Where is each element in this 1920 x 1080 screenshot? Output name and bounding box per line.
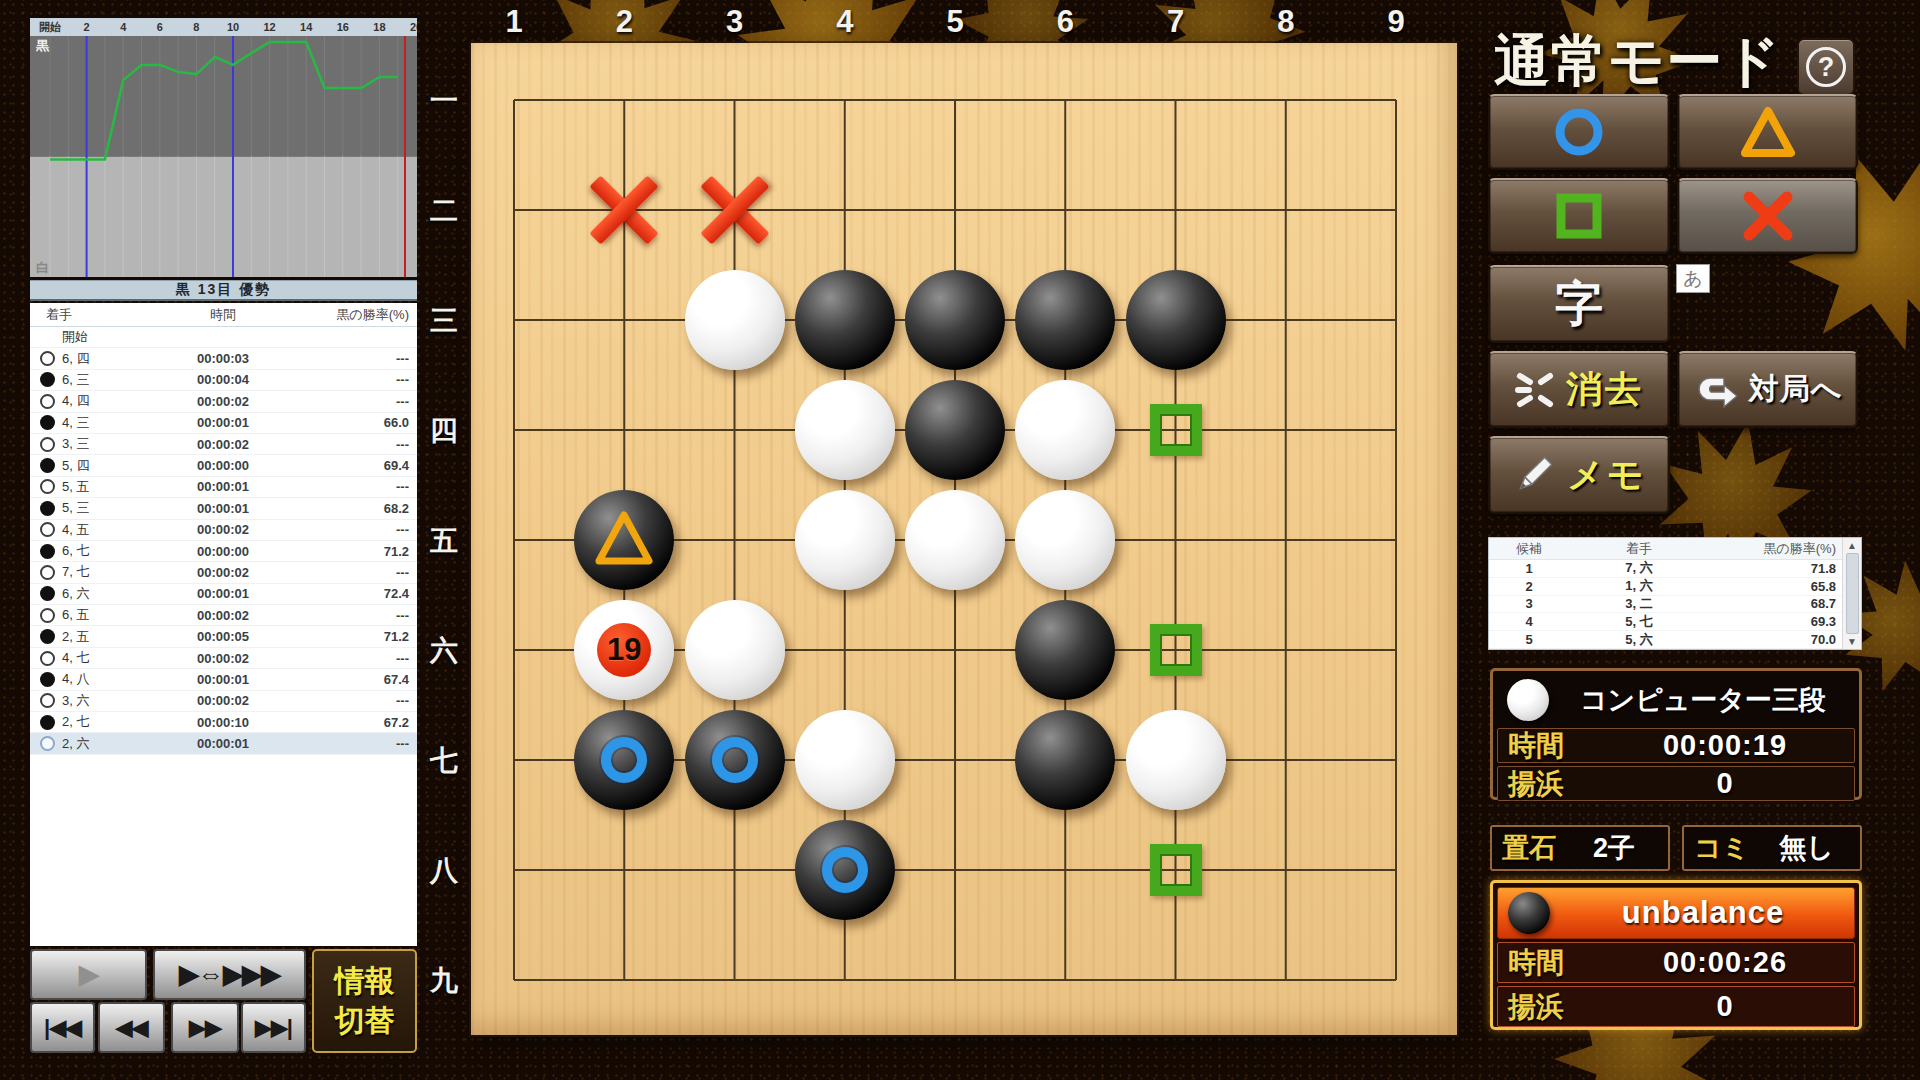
move-list-header: 着手 時間 黒の勝率(%) bbox=[30, 303, 417, 327]
auto-play-speed-button[interactable]: ▶⇔▶▶▶ bbox=[153, 949, 306, 1000]
circle-annotation-icon bbox=[822, 847, 868, 893]
last-move-number-badge: 19 bbox=[597, 623, 651, 677]
jump-to-start-button[interactable]: |◀◀ bbox=[30, 1002, 95, 1053]
svg-text:4: 4 bbox=[120, 21, 127, 33]
black-stone-icon bbox=[40, 415, 55, 430]
pencil-icon bbox=[1511, 452, 1557, 498]
move-cell-winrate: --- bbox=[310, 437, 417, 452]
move-list-header-move: 着手 bbox=[30, 306, 136, 324]
stone-black[interactable] bbox=[795, 270, 895, 370]
move-cell-time: 00:00:03 bbox=[136, 351, 310, 366]
candidate-row[interactable]: 21, 六65.8 bbox=[1489, 578, 1842, 596]
move-cell-move: 2, 五 bbox=[30, 628, 136, 646]
move-cell-time: 00:00:02 bbox=[136, 565, 310, 580]
board-col-label: 4 bbox=[823, 4, 867, 40]
svg-text:14: 14 bbox=[300, 21, 313, 33]
candidate-move: 5, 六 bbox=[1569, 631, 1709, 649]
white-stone-icon bbox=[40, 608, 55, 623]
board-col-label: 8 bbox=[1264, 4, 1308, 40]
move-list-row[interactable]: 2, 六00:00:01--- bbox=[30, 733, 417, 754]
scroll-down-icon[interactable]: ▼ bbox=[1847, 636, 1857, 647]
move-list-table[interactable]: 着手 時間 黒の勝率(%) 開始6, 四00:00:03---6, 三00:00… bbox=[30, 303, 417, 946]
step-forward-button[interactable]: ▶▶ bbox=[171, 1002, 239, 1053]
candidate-rank: 4 bbox=[1489, 614, 1569, 629]
black-stone-icon bbox=[1508, 892, 1550, 934]
black-stone-icon bbox=[40, 544, 55, 559]
white-stone-icon bbox=[40, 522, 55, 537]
white-stone-icon bbox=[1507, 679, 1549, 721]
white-time-label: 時間 bbox=[1508, 727, 1606, 765]
board-row-label: 一 bbox=[426, 82, 462, 120]
candidate-rank: 5 bbox=[1489, 632, 1569, 647]
go-board[interactable]: 19 bbox=[471, 43, 1457, 1035]
white-time-value: 00:00:19 bbox=[1606, 729, 1844, 762]
white-captures-label: 揚浜 bbox=[1508, 765, 1606, 803]
info-toggle-line1: 情報 bbox=[335, 961, 395, 1002]
white-stone-icon bbox=[40, 479, 55, 494]
move-cell-winrate: --- bbox=[310, 736, 417, 751]
move-list-row[interactable]: 5, 四00:00:0069.4 bbox=[30, 455, 417, 476]
move-cell-move: 開始 bbox=[30, 328, 136, 346]
move-cell-winrate: 67.4 bbox=[310, 672, 417, 687]
black-player-name: unbalance bbox=[1562, 895, 1844, 931]
board-row-label: 九 bbox=[426, 962, 462, 1000]
circle-mark-icon bbox=[1553, 106, 1605, 158]
black-captures-value: 0 bbox=[1606, 990, 1844, 1023]
move-cell-winrate: 69.4 bbox=[310, 458, 417, 473]
move-cell-winrate: --- bbox=[310, 565, 417, 580]
move-list-row[interactable]: 5, 三00:00:0168.2 bbox=[30, 498, 417, 519]
move-list-row[interactable]: 5, 五00:00:01--- bbox=[30, 477, 417, 498]
score-status-bar: 黒 13目 優勢 bbox=[30, 280, 417, 301]
move-cell-time: 00:00:02 bbox=[136, 651, 310, 666]
mark-cross-button[interactable] bbox=[1677, 178, 1858, 254]
circle-annotation-icon bbox=[601, 737, 647, 783]
info-toggle-line2: 切替 bbox=[335, 1001, 395, 1042]
stone-black[interactable] bbox=[905, 380, 1005, 480]
square-annotation-shape bbox=[1150, 404, 1202, 456]
handicap-box: 置石 2子 bbox=[1490, 825, 1670, 871]
stone-black[interactable] bbox=[574, 710, 674, 810]
komi-value: 無し bbox=[1763, 830, 1850, 866]
stone-black[interactable] bbox=[685, 710, 785, 810]
board-row-label: 七 bbox=[426, 742, 462, 780]
move-cell-move: 4, 五 bbox=[30, 521, 136, 539]
handicap-value: 2子 bbox=[1570, 830, 1658, 866]
komi-label: コミ bbox=[1694, 830, 1749, 866]
move-cell-move: 2, 七 bbox=[30, 713, 136, 731]
svg-text:16: 16 bbox=[337, 21, 349, 33]
win-rate-graph-svg: 開始2468101214161820黒白 bbox=[30, 18, 417, 278]
move-cell-time: 00:00:00 bbox=[136, 458, 310, 473]
erase-marks-button[interactable]: 消去 bbox=[1488, 351, 1670, 428]
candidate-rank: 1 bbox=[1489, 561, 1569, 576]
memo-label: メモ bbox=[1567, 451, 1647, 500]
move-cell-winrate: --- bbox=[310, 651, 417, 666]
board-col-label: 3 bbox=[713, 4, 757, 40]
candidate-move: 1, 六 bbox=[1569, 577, 1709, 595]
move-cell-move: 7, 七 bbox=[30, 563, 136, 581]
candidate-header-rank: 候補 bbox=[1489, 540, 1569, 558]
erase-marks-label: 消去 bbox=[1566, 365, 1644, 414]
move-list-row[interactable]: 4, 八00:00:0167.4 bbox=[30, 669, 417, 690]
move-list-row[interactable]: 2, 七00:00:1067.2 bbox=[30, 712, 417, 733]
board-col-label: 5 bbox=[933, 4, 977, 40]
move-cell-time: 00:00:05 bbox=[136, 629, 310, 644]
letter-mark-label: 字 bbox=[1555, 272, 1603, 336]
komi-box: コミ 無し bbox=[1682, 825, 1862, 871]
help-button[interactable]: ? bbox=[1797, 38, 1855, 96]
svg-text:6: 6 bbox=[157, 21, 163, 33]
move-cell-winrate: 68.2 bbox=[310, 501, 417, 516]
board-col-label: 2 bbox=[602, 4, 646, 40]
go-app-window: 開始2468101214161820黒白 黒 13目 優勢 着手 時間 黒の勝率… bbox=[0, 0, 1920, 1080]
move-cell-move: 3, 六 bbox=[30, 692, 136, 710]
board-row-label: 三 bbox=[426, 302, 462, 340]
move-list-row[interactable]: 7, 七00:00:02--- bbox=[30, 562, 417, 583]
board-col-label: 1 bbox=[492, 4, 536, 40]
move-cell-winrate: 66.0 bbox=[310, 415, 417, 430]
black-stone-icon bbox=[40, 672, 55, 687]
white-stone-icon bbox=[40, 394, 55, 409]
move-cell-time: 00:00:00 bbox=[136, 544, 310, 559]
board-col-label: 6 bbox=[1043, 4, 1087, 40]
move-cell-winrate: 71.2 bbox=[310, 629, 417, 644]
square-annotation-shape bbox=[1150, 844, 1202, 896]
move-list-row[interactable]: 4, 五00:00:02--- bbox=[30, 520, 417, 541]
move-cell-time: 00:00:01 bbox=[136, 479, 310, 494]
move-list-row[interactable]: 6, 五00:00:02--- bbox=[30, 605, 417, 626]
black-captures-label: 揚浜 bbox=[1508, 988, 1606, 1026]
svg-text:白: 白 bbox=[36, 260, 49, 275]
move-cell-time: 00:00:01 bbox=[136, 736, 310, 751]
move-list-row[interactable]: 6, 三00:00:04--- bbox=[30, 370, 417, 391]
stone-black[interactable] bbox=[1015, 270, 1115, 370]
move-cell-winrate: --- bbox=[310, 351, 417, 366]
svg-text:黒: 黒 bbox=[35, 38, 50, 53]
candidate-row[interactable]: 33, 二68.7 bbox=[1489, 596, 1842, 614]
move-cell-winrate: --- bbox=[310, 394, 417, 409]
move-cell-move: 6, 六 bbox=[30, 585, 136, 603]
move-cell-winrate: 67.2 bbox=[310, 715, 417, 730]
move-cell-move: 5, 五 bbox=[30, 478, 136, 496]
cross-mark-icon bbox=[1740, 190, 1796, 242]
square-annotation-icon bbox=[1134, 388, 1218, 472]
candidate-winrate: 65.8 bbox=[1709, 579, 1842, 594]
move-cell-move: 5, 四 bbox=[30, 457, 136, 475]
white-stone-icon bbox=[40, 437, 55, 452]
black-stone-icon bbox=[40, 501, 55, 516]
move-cell-winrate: 72.4 bbox=[310, 586, 417, 601]
move-list-row[interactable]: 6, 六00:00:0172.4 bbox=[30, 584, 417, 605]
stone-white[interactable] bbox=[685, 600, 785, 700]
white-stone-icon bbox=[40, 736, 55, 751]
candidate-header-winrate: 黒の勝率(%) bbox=[1709, 540, 1842, 558]
stone-white[interactable] bbox=[685, 270, 785, 370]
candidate-move: 3, 二 bbox=[1569, 595, 1709, 613]
board-col-label: 9 bbox=[1374, 4, 1418, 40]
move-list-row[interactable]: 3, 六00:00:02--- bbox=[30, 691, 417, 712]
move-cell-time: 00:00:10 bbox=[136, 715, 310, 730]
move-cell-time: 00:00:04 bbox=[136, 372, 310, 387]
stone-white[interactable] bbox=[905, 490, 1005, 590]
move-list-row[interactable]: 4, 四00:00:02--- bbox=[30, 391, 417, 412]
scroll-up-icon[interactable]: ▲ bbox=[1847, 540, 1857, 551]
move-cell-move: 4, 四 bbox=[30, 392, 136, 410]
move-cell-time: 00:00:02 bbox=[136, 437, 310, 452]
move-cell-winrate: --- bbox=[310, 372, 417, 387]
move-list-row[interactable]: 6, 四00:00:03--- bbox=[30, 348, 417, 369]
stone-white[interactable] bbox=[1015, 380, 1115, 480]
move-cell-move: 6, 五 bbox=[30, 606, 136, 624]
circle-annotation-icon bbox=[712, 737, 758, 783]
stone-white[interactable]: 19 bbox=[574, 600, 674, 700]
square-annotation-icon bbox=[1134, 608, 1218, 692]
memo-button[interactable]: メモ bbox=[1488, 436, 1670, 514]
stone-white[interactable] bbox=[795, 380, 895, 480]
move-cell-time: 00:00:02 bbox=[136, 693, 310, 708]
move-cell-time: 00:00:02 bbox=[136, 394, 310, 409]
scrollbar-thumb[interactable] bbox=[1846, 553, 1859, 634]
svg-text:開始: 開始 bbox=[39, 21, 61, 33]
stone-white[interactable] bbox=[1126, 710, 1226, 810]
square-annotation-icon bbox=[1134, 828, 1218, 912]
black-player-panel-active: unbalance 時間 00:00:26 揚浜 0 bbox=[1490, 880, 1862, 1030]
svg-text:18: 18 bbox=[373, 21, 385, 33]
candidate-rank: 2 bbox=[1489, 579, 1569, 594]
move-cell-move: 2, 六 bbox=[30, 735, 136, 753]
svg-text:8: 8 bbox=[193, 21, 199, 33]
move-cell-winrate: --- bbox=[310, 693, 417, 708]
move-cell-time: 00:00:01 bbox=[136, 672, 310, 687]
ime-hiragana-badge: あ bbox=[1676, 264, 1710, 293]
move-cell-move: 6, 三 bbox=[30, 371, 136, 389]
info-toggle-button[interactable]: 情報 切替 bbox=[312, 949, 417, 1053]
svg-text:20: 20 bbox=[410, 21, 417, 33]
letter-mark-button[interactable]: 字 bbox=[1488, 265, 1670, 343]
board-row-label: 八 bbox=[426, 852, 462, 890]
stone-black[interactable] bbox=[1015, 710, 1115, 810]
move-cell-move: 4, 八 bbox=[30, 670, 136, 688]
white-captures-value: 0 bbox=[1606, 767, 1844, 800]
move-cell-time: 00:00:02 bbox=[136, 522, 310, 537]
move-cell-time: 00:00:01 bbox=[136, 586, 310, 601]
mark-triangle-button[interactable] bbox=[1677, 94, 1858, 170]
svg-text:10: 10 bbox=[227, 21, 239, 33]
move-cell-winrate: --- bbox=[310, 608, 417, 623]
move-list-row[interactable]: 4, 七00:00:02--- bbox=[30, 648, 417, 669]
square-mark-icon bbox=[1553, 190, 1605, 242]
question-mark-icon: ? bbox=[1806, 47, 1846, 87]
stone-white[interactable] bbox=[795, 490, 895, 590]
candidate-winrate: 71.8 bbox=[1709, 561, 1842, 576]
candidate-row[interactable]: 17, 六71.8 bbox=[1489, 560, 1842, 578]
move-cell-time: 00:00:02 bbox=[136, 608, 310, 623]
move-cell-move: 6, 四 bbox=[30, 350, 136, 368]
candidate-winrate: 68.7 bbox=[1709, 596, 1842, 611]
move-list-row[interactable]: 4, 三00:00:0166.0 bbox=[30, 413, 417, 434]
move-cell-time: 00:00:01 bbox=[136, 415, 310, 430]
move-cell-move: 5, 三 bbox=[30, 499, 136, 517]
svg-text:12: 12 bbox=[263, 21, 275, 33]
stone-black[interactable] bbox=[574, 490, 674, 590]
mark-square-button[interactable] bbox=[1488, 178, 1670, 254]
black-stone-icon bbox=[40, 629, 55, 644]
play-button[interactable]: ▶ bbox=[30, 949, 147, 1000]
board-col-label: 7 bbox=[1154, 4, 1198, 40]
move-list-row[interactable]: 6, 七00:00:0071.2 bbox=[30, 541, 417, 562]
white-stone-icon bbox=[40, 693, 55, 708]
stone-white[interactable] bbox=[795, 710, 895, 810]
step-back-button[interactable]: ◀◀ bbox=[98, 1002, 165, 1053]
black-stone-icon bbox=[40, 586, 55, 601]
triangle-annotation-icon bbox=[592, 508, 656, 572]
white-stone-icon bbox=[40, 565, 55, 580]
candidate-scrollbar[interactable]: ▲ ▼ bbox=[1842, 538, 1861, 649]
svg-text:2: 2 bbox=[84, 21, 90, 33]
move-cell-move: 3, 三 bbox=[30, 435, 136, 453]
move-list-row[interactable]: 開始 bbox=[30, 327, 417, 348]
mark-circle-button[interactable] bbox=[1488, 94, 1670, 170]
candidate-rank: 3 bbox=[1489, 596, 1569, 611]
stone-black[interactable] bbox=[905, 270, 1005, 370]
move-list-header-time: 時間 bbox=[136, 306, 310, 324]
stone-black[interactable] bbox=[1126, 270, 1226, 370]
black-stone-icon bbox=[40, 372, 55, 387]
candidate-header-move: 着手 bbox=[1569, 540, 1709, 558]
return-arrow-icon bbox=[1693, 367, 1739, 413]
candidate-moves-table[interactable]: 候補 着手 黒の勝率(%) 17, 六71.821, 六65.833, 二68.… bbox=[1488, 537, 1862, 650]
move-cell-move: 6, 七 bbox=[30, 542, 136, 560]
mode-title: 通常モード bbox=[1494, 26, 1794, 98]
move-list-row[interactable]: 3, 三00:00:02--- bbox=[30, 434, 417, 455]
square-annotation-shape bbox=[1150, 624, 1202, 676]
candidate-winrate: 69.3 bbox=[1709, 614, 1842, 629]
black-time-label: 時間 bbox=[1508, 944, 1606, 982]
stone-white[interactable] bbox=[1015, 490, 1115, 590]
candidate-header: 候補 着手 黒の勝率(%) bbox=[1489, 538, 1842, 560]
eraser-sparkle-icon bbox=[1514, 368, 1556, 412]
cross-annotation-icon bbox=[693, 168, 777, 252]
board-row-label: 六 bbox=[426, 632, 462, 670]
move-cell-time: 00:00:01 bbox=[136, 501, 310, 516]
stone-black[interactable] bbox=[795, 820, 895, 920]
cross-annotation-icon bbox=[582, 168, 666, 252]
triangle-mark-icon bbox=[1740, 106, 1796, 158]
board-row-label: 五 bbox=[426, 522, 462, 560]
back-to-game-label: 対局へ bbox=[1749, 369, 1843, 410]
move-cell-move: 4, 七 bbox=[30, 649, 136, 667]
white-player-panel: コンピューター三段 時間 00:00:19 揚浜 0 bbox=[1490, 668, 1862, 800]
candidate-move: 5, 七 bbox=[1569, 613, 1709, 631]
candidate-winrate: 70.0 bbox=[1709, 632, 1842, 647]
move-cell-move: 4, 三 bbox=[30, 414, 136, 432]
black-stone-icon bbox=[40, 458, 55, 473]
black-time-value: 00:00:26 bbox=[1606, 946, 1844, 979]
move-cell-winrate: --- bbox=[310, 479, 417, 494]
back-to-game-button[interactable]: 対局へ bbox=[1677, 351, 1858, 428]
black-stone-icon bbox=[40, 715, 55, 730]
move-cell-winrate: 71.2 bbox=[310, 544, 417, 559]
white-stone-icon bbox=[40, 651, 55, 666]
candidate-move: 7, 六 bbox=[1569, 559, 1709, 577]
move-list-row[interactable]: 2, 五00:00:0571.2 bbox=[30, 626, 417, 647]
white-player-name: コンピューター三段 bbox=[1561, 682, 1845, 718]
board-row-label: 二 bbox=[426, 192, 462, 230]
win-rate-graph: 開始2468101214161820黒白 bbox=[30, 18, 417, 278]
move-list-header-winrate: 黒の勝率(%) bbox=[310, 306, 417, 324]
candidate-row[interactable]: 55, 六70.0 bbox=[1489, 631, 1842, 649]
handicap-label: 置石 bbox=[1502, 830, 1556, 866]
candidate-row[interactable]: 45, 七69.3 bbox=[1489, 613, 1842, 631]
white-stone-icon bbox=[40, 351, 55, 366]
board-row-label: 四 bbox=[426, 412, 462, 450]
move-cell-winrate: --- bbox=[310, 522, 417, 537]
stone-black[interactable] bbox=[1015, 600, 1115, 700]
jump-to-end-button[interactable]: ▶▶| bbox=[241, 1002, 306, 1053]
